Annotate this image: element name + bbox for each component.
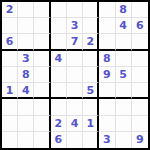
cell-r2c5-given[interactable]: 3 <box>67 18 83 34</box>
cell-r5c2-given[interactable]: 8 <box>18 67 34 83</box>
cell-r6c5[interactable] <box>67 83 83 99</box>
cell-r7c1[interactable] <box>2 99 18 115</box>
cell-r7c4[interactable] <box>51 99 67 115</box>
cell-r3c1-given[interactable]: 6 <box>2 34 18 50</box>
cell-r1c4[interactable] <box>51 2 67 18</box>
cell-r2c2[interactable] <box>18 18 34 34</box>
cell-r4c4-given[interactable]: 4 <box>51 51 67 67</box>
cell-r9c7-given[interactable]: 3 <box>99 132 115 148</box>
cell-r7c7[interactable] <box>99 99 115 115</box>
cell-r4c6[interactable] <box>83 51 99 67</box>
cell-r8c6-given[interactable]: 1 <box>83 116 99 132</box>
cell-r9c2[interactable] <box>18 132 34 148</box>
cell-r2c7[interactable] <box>99 18 115 34</box>
cell-r2c9-given[interactable]: 6 <box>132 18 148 34</box>
cell-r5c1[interactable] <box>2 67 18 83</box>
cell-r7c5[interactable] <box>67 99 83 115</box>
cell-r9c8[interactable] <box>116 132 132 148</box>
cell-r5c4[interactable] <box>51 67 67 83</box>
cell-r1c3[interactable] <box>34 2 50 18</box>
cell-r8c3[interactable] <box>34 116 50 132</box>
cell-r3c9[interactable] <box>132 34 148 50</box>
cell-r5c6[interactable] <box>83 67 99 83</box>
cell-r2c8-given[interactable]: 4 <box>116 18 132 34</box>
cell-r8c8[interactable] <box>116 116 132 132</box>
cell-r8c1[interactable] <box>2 116 18 132</box>
cell-r6c6-given[interactable]: 5 <box>83 83 99 99</box>
cell-r3c5-given[interactable]: 7 <box>67 34 83 50</box>
cell-r8c9[interactable] <box>132 116 148 132</box>
cell-r1c5[interactable] <box>67 2 83 18</box>
cell-r1c6[interactable] <box>83 2 99 18</box>
cell-r4c3[interactable] <box>34 51 50 67</box>
cell-r5c8-given[interactable]: 5 <box>116 67 132 83</box>
cell-r3c7[interactable] <box>99 34 115 50</box>
cell-r4c9[interactable] <box>132 51 148 67</box>
cell-r8c2[interactable] <box>18 116 34 132</box>
cell-r7c2[interactable] <box>18 99 34 115</box>
cell-r3c4[interactable] <box>51 34 67 50</box>
cell-r5c9[interactable] <box>132 67 148 83</box>
cell-r1c9[interactable] <box>132 2 148 18</box>
sudoku-board: 28346672348895145241639 <box>0 0 150 150</box>
cell-r5c5[interactable] <box>67 67 83 83</box>
cell-r7c9[interactable] <box>132 99 148 115</box>
cell-r3c6-given[interactable]: 2 <box>83 34 99 50</box>
cell-r1c8-given[interactable]: 8 <box>116 2 132 18</box>
cell-r4c2-given[interactable]: 3 <box>18 51 34 67</box>
cell-r6c8[interactable] <box>116 83 132 99</box>
cell-r8c7[interactable] <box>99 116 115 132</box>
cell-r6c4[interactable] <box>51 83 67 99</box>
cell-r6c9[interactable] <box>132 83 148 99</box>
cell-r9c4-given[interactable]: 6 <box>51 132 67 148</box>
cell-r4c7-given[interactable]: 8 <box>99 51 115 67</box>
cell-r7c8[interactable] <box>116 99 132 115</box>
cell-r1c1-given[interactable]: 2 <box>2 2 18 18</box>
cell-r4c8[interactable] <box>116 51 132 67</box>
cell-r1c7[interactable] <box>99 2 115 18</box>
cell-r2c6[interactable] <box>83 18 99 34</box>
cell-r9c6[interactable] <box>83 132 99 148</box>
cell-r3c3[interactable] <box>34 34 50 50</box>
cell-r9c3[interactable] <box>34 132 50 148</box>
cell-r6c1-given[interactable]: 1 <box>2 83 18 99</box>
cell-r9c1[interactable] <box>2 132 18 148</box>
cell-r9c5[interactable] <box>67 132 83 148</box>
cell-r4c1[interactable] <box>2 51 18 67</box>
cell-r3c8[interactable] <box>116 34 132 50</box>
cell-r8c5-given[interactable]: 4 <box>67 116 83 132</box>
cell-r1c2[interactable] <box>18 2 34 18</box>
cell-r2c1[interactable] <box>2 18 18 34</box>
cell-r5c7-given[interactable]: 9 <box>99 67 115 83</box>
cell-r3c2[interactable] <box>18 34 34 50</box>
cell-r6c3[interactable] <box>34 83 50 99</box>
cell-r8c4-given[interactable]: 2 <box>51 116 67 132</box>
cell-r7c6[interactable] <box>83 99 99 115</box>
cell-r2c3[interactable] <box>34 18 50 34</box>
cell-r6c2-given[interactable]: 4 <box>18 83 34 99</box>
cell-r6c7[interactable] <box>99 83 115 99</box>
cell-r7c3[interactable] <box>34 99 50 115</box>
cell-r9c9-given[interactable]: 9 <box>132 132 148 148</box>
cell-r4c5[interactable] <box>67 51 83 67</box>
cell-r2c4[interactable] <box>51 18 67 34</box>
cell-r5c3[interactable] <box>34 67 50 83</box>
